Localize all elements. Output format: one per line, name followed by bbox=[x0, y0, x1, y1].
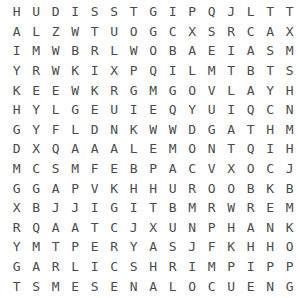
grid-cell[interactable]: G bbox=[66, 100, 86, 120]
grid-cell[interactable]: J bbox=[280, 159, 300, 179]
grid-cell[interactable]: T bbox=[7, 276, 27, 296]
grid-cell[interactable]: L bbox=[183, 61, 203, 81]
grid-cell[interactable]: Y bbox=[7, 237, 27, 257]
grid-cell[interactable]: H bbox=[280, 80, 300, 100]
grid-cell[interactable]: L bbox=[66, 257, 86, 277]
grid-cell[interactable]: N bbox=[261, 276, 281, 296]
grid-cell[interactable]: D bbox=[46, 2, 66, 22]
grid-cell[interactable]: W bbox=[222, 198, 242, 218]
grid-cell[interactable]: R bbox=[222, 22, 242, 42]
grid-cell[interactable]: H bbox=[280, 139, 300, 159]
grid-cell[interactable]: Q bbox=[202, 2, 222, 22]
grid-cell[interactable]: L bbox=[163, 276, 183, 296]
grid-cell[interactable]: Y bbox=[183, 100, 203, 120]
grid-cell[interactable]: N bbox=[183, 218, 203, 238]
grid-cell[interactable]: S bbox=[124, 257, 144, 277]
grid-cell[interactable]: Q bbox=[27, 218, 47, 238]
grid-cell[interactable]: H bbox=[124, 178, 144, 198]
grid-cell[interactable]: A bbox=[27, 257, 47, 277]
grid-cell[interactable]: N bbox=[202, 139, 222, 159]
grid-cell[interactable]: X bbox=[105, 61, 125, 81]
grid-cell[interactable]: I bbox=[222, 41, 242, 61]
grid-cell[interactable]: T bbox=[85, 22, 105, 42]
grid-cell[interactable]: R bbox=[46, 257, 66, 277]
grid-cell[interactable]: F bbox=[85, 159, 105, 179]
grid-cell[interactable]: C bbox=[183, 159, 203, 179]
grid-cell[interactable]: J bbox=[222, 2, 242, 22]
grid-cell[interactable]: U bbox=[105, 100, 125, 120]
grid-cell[interactable]: U bbox=[222, 276, 242, 296]
grid-cell[interactable]: T bbox=[124, 2, 144, 22]
grid-cell[interactable]: I bbox=[85, 198, 105, 218]
grid-cell[interactable]: K bbox=[280, 218, 300, 238]
grid-cell[interactable]: G bbox=[27, 178, 47, 198]
grid-cell[interactable]: M bbox=[280, 120, 300, 140]
grid-cell[interactable]: Q bbox=[241, 139, 261, 159]
grid-cell[interactable]: O bbox=[183, 80, 203, 100]
grid-cell[interactable]: P bbox=[183, 2, 203, 22]
grid-cell[interactable]: E bbox=[27, 80, 47, 100]
grid-cell[interactable]: D bbox=[183, 120, 203, 140]
grid-cell[interactable]: V bbox=[202, 159, 222, 179]
grid-cell[interactable]: G bbox=[7, 178, 27, 198]
grid-cell[interactable]: V bbox=[85, 178, 105, 198]
grid-cell[interactable]: P bbox=[124, 61, 144, 81]
grid-cell[interactable]: R bbox=[183, 178, 203, 198]
grid-cell[interactable]: S bbox=[85, 276, 105, 296]
grid-cell[interactable]: M bbox=[202, 61, 222, 81]
grid-cell[interactable]: T bbox=[261, 2, 281, 22]
grid-cell[interactable]: I bbox=[163, 2, 183, 22]
grid-cell[interactable]: M bbox=[144, 80, 164, 100]
grid-cell[interactable]: M bbox=[7, 159, 27, 179]
grid-cell[interactable]: L bbox=[241, 2, 261, 22]
grid-cell[interactable]: P bbox=[66, 178, 86, 198]
grid-cell[interactable]: L bbox=[27, 22, 47, 42]
grid-cell[interactable]: T bbox=[222, 61, 242, 81]
grid-cell[interactable]: A bbox=[163, 159, 183, 179]
word-search-grid: HUDISSTGIPQJLTTALZWTUOGCXSRCAXIMWBRLWOBA… bbox=[7, 2, 300, 296]
grid-cell[interactable]: B bbox=[163, 198, 183, 218]
grid-cell[interactable]: K bbox=[222, 237, 242, 257]
grid-cell[interactable]: G bbox=[163, 80, 183, 100]
grid-cell[interactable]: A bbox=[241, 80, 261, 100]
grid-cell[interactable]: C bbox=[27, 159, 47, 179]
grid-cell[interactable]: J bbox=[183, 237, 203, 257]
grid-cell[interactable]: D bbox=[7, 139, 27, 159]
grid-cell[interactable]: W bbox=[66, 22, 86, 42]
grid-cell[interactable]: O bbox=[241, 159, 261, 179]
grid-cell[interactable]: O bbox=[124, 22, 144, 42]
grid-cell[interactable]: P bbox=[202, 218, 222, 238]
grid-cell[interactable]: I bbox=[241, 257, 261, 277]
grid-cell[interactable]: W bbox=[124, 41, 144, 61]
grid-cell[interactable]: J bbox=[124, 218, 144, 238]
grid-cell[interactable]: D bbox=[85, 120, 105, 140]
grid-cell[interactable]: H bbox=[261, 237, 281, 257]
grid-cell[interactable]: S bbox=[46, 159, 66, 179]
grid-cell[interactable]: H bbox=[261, 120, 281, 140]
grid-cell[interactable]: Q bbox=[46, 139, 66, 159]
grid-cell[interactable]: E bbox=[85, 237, 105, 257]
grid-cell[interactable]: E bbox=[144, 139, 164, 159]
grid-cell[interactable]: N bbox=[261, 218, 281, 238]
grid-cell[interactable]: N bbox=[280, 100, 300, 120]
grid-cell[interactable]: E bbox=[105, 159, 125, 179]
grid-cell[interactable]: I bbox=[261, 139, 281, 159]
grid-cell[interactable]: O bbox=[183, 139, 203, 159]
grid-cell[interactable]: I bbox=[163, 61, 183, 81]
grid-cell[interactable]: A bbox=[183, 41, 203, 61]
grid-cell[interactable]: I bbox=[66, 2, 86, 22]
grid-cell[interactable]: K bbox=[85, 80, 105, 100]
grid-cell[interactable]: K bbox=[124, 120, 144, 140]
grid-cell[interactable]: J bbox=[46, 198, 66, 218]
grid-cell[interactable]: W bbox=[46, 41, 66, 61]
grid-cell[interactable]: C bbox=[105, 257, 125, 277]
grid-cell[interactable]: R bbox=[27, 61, 47, 81]
grid-cell[interactable]: C bbox=[202, 276, 222, 296]
grid-cell[interactable]: E bbox=[46, 80, 66, 100]
grid-cell[interactable]: A bbox=[241, 41, 261, 61]
grid-cell[interactable]: Y bbox=[27, 120, 47, 140]
grid-cell[interactable]: L bbox=[66, 120, 86, 140]
grid-cell[interactable]: U bbox=[163, 178, 183, 198]
grid-cell[interactable]: B bbox=[66, 41, 86, 61]
grid-cell[interactable]: W bbox=[163, 120, 183, 140]
grid-cell[interactable]: X bbox=[222, 159, 242, 179]
grid-cell[interactable]: I bbox=[85, 257, 105, 277]
grid-cell[interactable]: O bbox=[183, 276, 203, 296]
grid-cell[interactable]: T bbox=[144, 198, 164, 218]
grid-cell[interactable]: B bbox=[241, 61, 261, 81]
grid-cell[interactable]: M bbox=[280, 198, 300, 218]
grid-cell[interactable]: A bbox=[66, 218, 86, 238]
grid-cell[interactable]: R bbox=[241, 198, 261, 218]
grid-cell[interactable]: K bbox=[66, 61, 86, 81]
grid-cell[interactable]: H bbox=[144, 178, 164, 198]
grid-cell[interactable]: X bbox=[280, 22, 300, 42]
grid-cell[interactable]: O bbox=[280, 237, 300, 257]
grid-cell[interactable]: L bbox=[222, 80, 242, 100]
grid-cell[interactable]: E bbox=[202, 41, 222, 61]
grid-cell[interactable]: S bbox=[85, 2, 105, 22]
grid-cell[interactable]: A bbox=[46, 218, 66, 238]
grid-cell[interactable]: G bbox=[124, 80, 144, 100]
grid-cell[interactable]: X bbox=[183, 22, 203, 42]
grid-cell[interactable]: E bbox=[241, 276, 261, 296]
grid-cell[interactable]: R bbox=[85, 41, 105, 61]
grid-cell[interactable]: I bbox=[222, 100, 242, 120]
grid-cell[interactable]: R bbox=[202, 198, 222, 218]
grid-cell[interactable]: H bbox=[7, 2, 27, 22]
grid-cell[interactable]: E bbox=[144, 100, 164, 120]
grid-cell[interactable]: O bbox=[202, 178, 222, 198]
grid-cell[interactable]: R bbox=[105, 237, 125, 257]
grid-cell[interactable]: L bbox=[105, 41, 125, 61]
grid-cell[interactable]: E bbox=[85, 100, 105, 120]
grid-cell[interactable]: I bbox=[124, 198, 144, 218]
grid-cell[interactable]: T bbox=[46, 237, 66, 257]
grid-cell[interactable]: U bbox=[105, 22, 125, 42]
grid-cell[interactable]: S bbox=[105, 2, 125, 22]
grid-cell[interactable]: I bbox=[85, 61, 105, 81]
grid-cell[interactable]: R bbox=[7, 218, 27, 238]
grid-cell[interactable]: Y bbox=[124, 237, 144, 257]
grid-cell[interactable]: E bbox=[105, 276, 125, 296]
grid-cell[interactable]: C bbox=[261, 159, 281, 179]
grid-cell[interactable]: U bbox=[27, 2, 47, 22]
grid-cell[interactable]: O bbox=[222, 178, 242, 198]
grid-cell[interactable]: A bbox=[85, 139, 105, 159]
grid-cell[interactable]: I bbox=[7, 41, 27, 61]
grid-cell[interactable]: G bbox=[144, 22, 164, 42]
grid-cell[interactable]: G bbox=[7, 257, 27, 277]
grid-cell[interactable]: A bbox=[105, 139, 125, 159]
grid-cell[interactable]: T bbox=[241, 120, 261, 140]
grid-cell[interactable]: G bbox=[7, 120, 27, 140]
grid-cell[interactable]: M bbox=[66, 159, 86, 179]
grid-cell[interactable]: H bbox=[241, 237, 261, 257]
grid-cell[interactable]: N bbox=[124, 276, 144, 296]
grid-cell[interactable]: G bbox=[105, 198, 125, 218]
grid-cell[interactable]: I bbox=[124, 100, 144, 120]
grid-cell[interactable]: M bbox=[202, 257, 222, 277]
grid-cell[interactable]: E bbox=[66, 276, 86, 296]
grid-cell[interactable]: L bbox=[46, 100, 66, 120]
grid-cell[interactable]: W bbox=[66, 80, 86, 100]
grid-cell[interactable]: P bbox=[261, 257, 281, 277]
grid-cell[interactable]: M bbox=[163, 139, 183, 159]
grid-cell[interactable]: A bbox=[7, 22, 27, 42]
grid-cell[interactable]: A bbox=[261, 22, 281, 42]
grid-cell[interactable]: G bbox=[280, 276, 300, 296]
grid-cell[interactable]: H bbox=[7, 100, 27, 120]
grid-cell[interactable]: E bbox=[261, 198, 281, 218]
grid-cell[interactable]: L bbox=[124, 139, 144, 159]
grid-cell[interactable]: M bbox=[280, 41, 300, 61]
grid-cell[interactable]: S bbox=[280, 61, 300, 81]
grid-cell[interactable]: U bbox=[163, 218, 183, 238]
grid-cell[interactable]: M bbox=[27, 237, 47, 257]
grid-cell[interactable]: U bbox=[202, 100, 222, 120]
grid-cell[interactable]: F bbox=[46, 120, 66, 140]
grid-cell[interactable]: X bbox=[7, 198, 27, 218]
grid-cell[interactable]: G bbox=[144, 2, 164, 22]
grid-cell[interactable]: R bbox=[163, 257, 183, 277]
grid-cell[interactable]: P bbox=[66, 237, 86, 257]
grid-cell[interactable]: T bbox=[261, 61, 281, 81]
grid-cell[interactable]: P bbox=[144, 159, 164, 179]
grid-cell[interactable]: K bbox=[261, 178, 281, 198]
grid-cell[interactable]: X bbox=[27, 139, 47, 159]
grid-cell[interactable]: A bbox=[222, 120, 242, 140]
grid-cell[interactable]: B bbox=[27, 198, 47, 218]
grid-cell[interactable]: B bbox=[124, 159, 144, 179]
grid-cell[interactable]: W bbox=[144, 120, 164, 140]
grid-cell[interactable]: Y bbox=[7, 61, 27, 81]
grid-cell[interactable]: C bbox=[261, 100, 281, 120]
grid-cell[interactable]: M bbox=[27, 41, 47, 61]
grid-cell[interactable]: K bbox=[7, 80, 27, 100]
grid-cell[interactable]: T bbox=[85, 218, 105, 238]
grid-cell[interactable]: Y bbox=[27, 100, 47, 120]
grid-cell[interactable]: B bbox=[241, 178, 261, 198]
grid-cell[interactable]: A bbox=[241, 218, 261, 238]
grid-cell[interactable]: Z bbox=[46, 22, 66, 42]
grid-cell[interactable]: I bbox=[183, 257, 203, 277]
grid-cell[interactable]: O bbox=[144, 41, 164, 61]
grid-cell[interactable]: Y bbox=[261, 80, 281, 100]
grid-cell[interactable]: T bbox=[222, 139, 242, 159]
grid-cell[interactable]: N bbox=[105, 120, 125, 140]
grid-cell[interactable]: P bbox=[222, 257, 242, 277]
grid-cell[interactable]: Q bbox=[163, 100, 183, 120]
grid-cell[interactable]: S bbox=[202, 22, 222, 42]
grid-cell[interactable]: S bbox=[27, 276, 47, 296]
grid-cell[interactable]: X bbox=[144, 218, 164, 238]
word-search-page: HUDISSTGIPQJLTTALZWTUOGCXSRCAXIMWBRLWOBA… bbox=[0, 0, 300, 298]
grid-cell[interactable]: R bbox=[105, 80, 125, 100]
grid-cell[interactable]: C bbox=[105, 218, 125, 238]
grid-cell[interactable]: M bbox=[183, 198, 203, 218]
grid-cell[interactable]: C bbox=[163, 22, 183, 42]
grid-cell[interactable]: W bbox=[46, 61, 66, 81]
grid-cell[interactable]: A bbox=[46, 178, 66, 198]
grid-cell[interactable]: M bbox=[46, 276, 66, 296]
grid-cell[interactable]: S bbox=[163, 237, 183, 257]
grid-cell[interactable]: H bbox=[144, 257, 164, 277]
grid-cell[interactable]: B bbox=[163, 41, 183, 61]
grid-cell[interactable]: Q bbox=[144, 61, 164, 81]
grid-cell[interactable]: K bbox=[105, 178, 125, 198]
grid-cell[interactable]: A bbox=[66, 139, 86, 159]
grid-cell[interactable]: A bbox=[144, 237, 164, 257]
grid-cell[interactable]: P bbox=[280, 257, 300, 277]
grid-cell[interactable]: H bbox=[222, 218, 242, 238]
grid-cell[interactable]: Q bbox=[241, 100, 261, 120]
grid-cell[interactable]: B bbox=[280, 178, 300, 198]
grid-cell[interactable]: S bbox=[261, 41, 281, 61]
grid-cell[interactable]: V bbox=[202, 80, 222, 100]
grid-cell[interactable]: G bbox=[202, 120, 222, 140]
grid-cell[interactable]: T bbox=[280, 2, 300, 22]
grid-cell[interactable]: J bbox=[66, 198, 86, 218]
grid-cell[interactable]: A bbox=[144, 276, 164, 296]
grid-cell[interactable]: F bbox=[202, 237, 222, 257]
grid-cell[interactable]: C bbox=[241, 22, 261, 42]
